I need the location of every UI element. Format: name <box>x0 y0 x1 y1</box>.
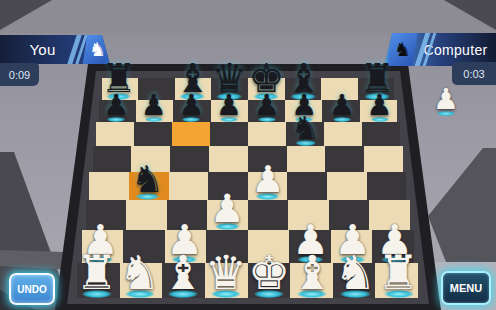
square-a5[interactable] <box>93 146 132 172</box>
piece-glyph: ♞ <box>334 245 376 300</box>
white-rook[interactable]: ♜ <box>377 249 419 296</box>
piece-glyph: ♟ <box>367 88 393 122</box>
white-pawn[interactable]: ♟ <box>251 161 284 198</box>
piece-glyph: ♟ <box>433 82 459 116</box>
square-b6[interactable] <box>134 122 172 146</box>
square-g4[interactable] <box>327 172 367 200</box>
piece-glyph: ♞ <box>131 158 164 201</box>
undo-button[interactable]: UNDO <box>9 273 55 305</box>
piece-glyph: ♞ <box>291 109 320 147</box>
piece-glyph: ♝ <box>162 245 204 300</box>
square-h4[interactable] <box>367 172 407 200</box>
piece-glyph: ♟ <box>210 186 245 231</box>
board-rank-6 <box>96 122 400 146</box>
white-bishop[interactable]: ♝ <box>162 249 204 296</box>
square-g6[interactable] <box>324 122 362 146</box>
square-h6[interactable] <box>362 122 400 146</box>
white-bishop[interactable]: ♝ <box>291 249 333 296</box>
piece-glyph: ♜ <box>75 245 117 300</box>
square-a6[interactable] <box>96 122 134 146</box>
square-e3[interactable] <box>248 200 289 230</box>
black-pawn[interactable]: ♟ <box>178 91 204 120</box>
black-knight[interactable]: ♞ <box>131 161 164 198</box>
square-b3[interactable] <box>126 200 167 230</box>
black-pawn[interactable]: ♟ <box>141 91 167 120</box>
player-plate-you: You ♞ <box>0 35 110 64</box>
piece-glyph: ♚ <box>248 245 290 300</box>
square-a4[interactable] <box>89 172 129 200</box>
square-c6[interactable] <box>172 122 210 146</box>
clock-you: 0:09 <box>0 63 39 86</box>
piece-glyph: ♜ <box>377 245 419 300</box>
piece-glyph: ♝ <box>291 245 333 300</box>
white-king[interactable]: ♚ <box>248 249 290 296</box>
black-pawn[interactable]: ♟ <box>254 91 280 120</box>
piece-glyph: ♟ <box>254 88 280 122</box>
square-e6[interactable] <box>248 122 286 146</box>
white-queen[interactable]: ♛ <box>205 249 247 296</box>
piece-glyph: ♟ <box>178 88 204 122</box>
square-c5[interactable] <box>170 146 209 172</box>
black-pawn[interactable]: ♟ <box>103 91 129 120</box>
menu-button[interactable]: MENU <box>441 271 491 305</box>
piece-glyph: ♟ <box>329 88 355 122</box>
square-h5[interactable] <box>364 146 403 172</box>
square-c4[interactable] <box>169 172 209 200</box>
white-rook[interactable]: ♜ <box>75 249 117 296</box>
game-screen: ♜♝♛♚♝♜♟♟♟♟♟♟♟♟♞♞♟♟♟♟♟♟♟♜♞♝♛♚♝♞♜♟ You ♞ 0… <box>0 0 496 310</box>
piece-glyph: ♟ <box>216 88 242 122</box>
black-knight[interactable]: ♞ <box>291 112 320 144</box>
black-pawn[interactable]: ♟ <box>367 91 393 120</box>
piece-glyph: ♟ <box>103 88 129 122</box>
square-f4[interactable] <box>287 172 327 200</box>
white-knight[interactable]: ♞ <box>119 249 161 296</box>
black-pawn[interactable]: ♟ <box>216 91 242 120</box>
piece-glyph: ♛ <box>205 245 247 300</box>
piece-glyph: ♞ <box>119 245 161 300</box>
piece-glyph: ♟ <box>251 158 284 201</box>
square-f5[interactable] <box>287 146 326 172</box>
white-pawn[interactable]: ♟ <box>433 85 459 114</box>
black-pawn[interactable]: ♟ <box>329 91 355 120</box>
square-d6[interactable] <box>210 122 248 146</box>
square-g5[interactable] <box>325 146 364 172</box>
white-knight[interactable]: ♞ <box>334 249 376 296</box>
white-pawn[interactable]: ♟ <box>210 189 245 228</box>
piece-glyph: ♟ <box>141 88 167 122</box>
square-d5[interactable] <box>209 146 248 172</box>
